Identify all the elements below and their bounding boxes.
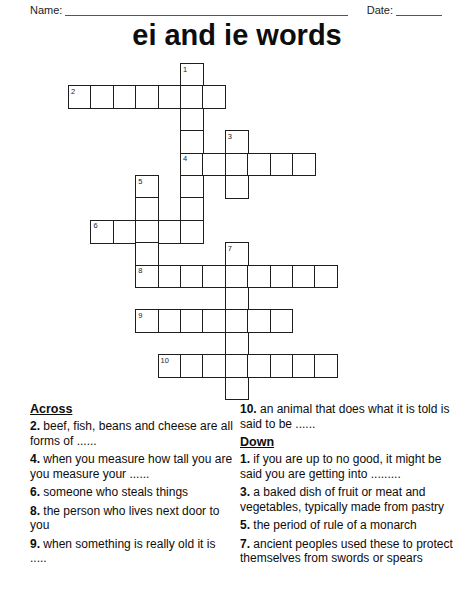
clues-heading-across: Across [30,402,235,416]
grid-cell-r6c5[interactable] [180,197,204,221]
grid-cell-r4c8[interactable] [247,153,271,177]
grid-cell-r13c7[interactable] [225,354,249,378]
grid-cell-r1c3[interactable] [135,85,159,109]
crossword-grid: 12345678910 [68,63,338,401]
grid-cell-r1c6[interactable] [202,85,226,109]
grid-cell-r9c7[interactable] [225,265,249,289]
clue-number-label: 1. [240,452,253,466]
grid-number-6: 6 [93,222,97,230]
grid-cell-r9c10[interactable] [292,265,316,289]
grid-cell-r1c2[interactable] [113,85,137,109]
clue-7: 7. ancient peoples used these to protect… [240,537,454,566]
grid-cell-r1c1[interactable] [90,85,114,109]
grid-cell-r13c10[interactable] [292,354,316,378]
grid-cell-r2c5[interactable] [180,108,204,132]
grid-cell-r3c5[interactable] [180,130,204,154]
grid-cell-r11c9[interactable] [270,309,294,333]
clue-number-label: 9. [30,537,43,551]
grid-cell-r14c7[interactable] [225,377,249,401]
grid-number-4: 4 [183,155,187,163]
clue-6: 6. someone who steals things [30,485,235,500]
clue-number-label: 6. [30,485,43,499]
clues-right-column: 10. an animal that does what it is told … [240,402,454,570]
grid-cell-r1c4[interactable] [158,85,182,109]
name-label: Name: [30,4,62,16]
grid-cell-r7c2[interactable] [113,220,137,244]
page-title: ei and ie words [0,19,474,52]
grid-cell-r6c3[interactable] [135,197,159,221]
grid-cell-r13c5[interactable] [180,354,204,378]
grid-number-3: 3 [228,133,232,141]
name-input-line[interactable] [65,4,348,16]
clue-9: 9. when something is really old it is ..… [30,537,235,566]
grid-cell-r4c6[interactable] [202,153,226,177]
clue-number-label: 5. [240,518,253,532]
grid-number-7: 7 [228,245,232,253]
grid-number-1: 1 [183,66,187,74]
grid-cell-r9c9[interactable] [270,265,294,289]
grid-cell-r4c9[interactable] [270,153,294,177]
header-bar: Name: Date: [30,4,442,16]
grid-number-8: 8 [138,267,142,275]
grid-cell-r8c3[interactable] [135,242,159,266]
grid-cell-r13c6[interactable] [202,354,226,378]
grid-cell-r11c4[interactable] [158,309,182,333]
grid-cell-r4c7[interactable] [225,153,249,177]
grid-number-10: 10 [161,357,169,365]
grid-cell-r7c4[interactable] [158,220,182,244]
grid-cell-r9c4[interactable] [158,265,182,289]
grid-cell-r7c5[interactable] [180,220,204,244]
clue-number-label: 2. [30,419,43,433]
grid-cell-r9c8[interactable] [247,265,271,289]
clue-4: 4. when you measure how tall you are you… [30,452,235,481]
clue-number-label: 4. [30,452,43,466]
date-label: Date: [367,4,393,16]
clue-10: 10. an animal that does what it is told … [240,402,454,431]
clue-5: 5. the period of rule of a monarch [240,518,454,533]
date-input-line[interactable] [396,4,442,16]
clue-number-label: 7. [240,537,253,551]
grid-number-5: 5 [138,178,142,186]
grid-cell-r9c11[interactable] [314,265,338,289]
clue-number-label: 8. [30,504,43,518]
grid-cell-r1c5[interactable] [180,85,204,109]
grid-cell-r11c6[interactable] [202,309,226,333]
grid-number-2: 2 [71,88,75,96]
clue-1: 1. if you are up to no good, it might be… [240,452,454,481]
grid-cell-r5c7[interactable] [225,175,249,199]
grid-cell-r13c11[interactable] [314,354,338,378]
clue-3: 3. a baked dish of fruit or meat and veg… [240,485,454,514]
clue-number-label: 10. [240,402,260,416]
grid-cell-r7c3[interactable] [135,220,159,244]
grid-cell-r5c5[interactable] [180,175,204,199]
clues-left-column: Across2. beef, fish, beans and cheese ar… [30,402,235,570]
grid-cell-r9c5[interactable] [180,265,204,289]
clue-number-label: 3. [240,485,253,499]
grid-cell-r13c9[interactable] [270,354,294,378]
grid-cell-r11c8[interactable] [247,309,271,333]
grid-cell-r9c6[interactable] [202,265,226,289]
clue-8: 8. the person who lives next door to you [30,504,235,533]
grid-cell-r11c5[interactable] [180,309,204,333]
grid-cell-r11c7[interactable] [225,309,249,333]
grid-cell-r13c8[interactable] [247,354,271,378]
grid-cell-r4c10[interactable] [292,153,316,177]
worksheet-page: Name: Date: ei and ie words 12345678910 … [0,0,474,613]
clues-heading-down: Down [240,435,454,449]
grid-cell-r12c7[interactable] [225,332,249,356]
grid-number-9: 9 [138,312,142,320]
clue-2: 2. beef, fish, beans and cheese are all … [30,419,235,448]
grid-cell-r10c7[interactable] [225,287,249,311]
